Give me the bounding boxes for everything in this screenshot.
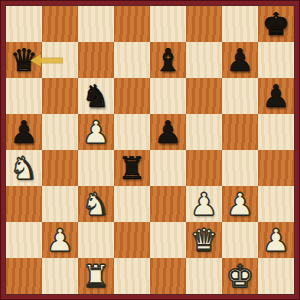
- square-f1[interactable]: [186, 258, 222, 294]
- square-e3[interactable]: [150, 186, 186, 222]
- square-d3[interactable]: [114, 186, 150, 222]
- square-h3[interactable]: [258, 186, 294, 222]
- white-pawn[interactable]: ♟: [42, 222, 78, 258]
- square-e2[interactable]: [150, 222, 186, 258]
- square-f7[interactable]: [186, 42, 222, 78]
- square-a1[interactable]: [6, 258, 42, 294]
- white-pawn[interactable]: ♟: [186, 186, 222, 222]
- square-f3[interactable]: ♟: [186, 186, 222, 222]
- square-g1[interactable]: ♚: [222, 258, 258, 294]
- square-b8[interactable]: [42, 6, 78, 42]
- square-d5[interactable]: [114, 114, 150, 150]
- square-d7[interactable]: [114, 42, 150, 78]
- black-bishop[interactable]: ♝: [150, 42, 186, 78]
- square-g8[interactable]: [222, 6, 258, 42]
- board-frame: ♚♛♝♟♞♟♟♟♟♞♜♞♟♟♟♛♟♜♚: [0, 0, 300, 300]
- white-pawn[interactable]: ♟: [78, 114, 114, 150]
- square-c6[interactable]: ♞: [78, 78, 114, 114]
- square-d2[interactable]: [114, 222, 150, 258]
- square-e6[interactable]: [150, 78, 186, 114]
- square-f6[interactable]: [186, 78, 222, 114]
- black-pawn[interactable]: ♟: [258, 78, 294, 114]
- square-c5[interactable]: ♟: [78, 114, 114, 150]
- square-a5[interactable]: ♟: [6, 114, 42, 150]
- square-f8[interactable]: [186, 6, 222, 42]
- square-e1[interactable]: [150, 258, 186, 294]
- white-knight[interactable]: ♞: [6, 150, 42, 186]
- square-e4[interactable]: [150, 150, 186, 186]
- square-d6[interactable]: [114, 78, 150, 114]
- square-b7[interactable]: [42, 42, 78, 78]
- square-b6[interactable]: [42, 78, 78, 114]
- square-c4[interactable]: [78, 150, 114, 186]
- square-a4[interactable]: ♞: [6, 150, 42, 186]
- black-king[interactable]: ♚: [258, 6, 294, 42]
- square-e8[interactable]: [150, 6, 186, 42]
- square-a2[interactable]: [6, 222, 42, 258]
- black-pawn[interactable]: ♟: [6, 114, 42, 150]
- square-g4[interactable]: [222, 150, 258, 186]
- black-knight[interactable]: ♞: [78, 78, 114, 114]
- white-knight[interactable]: ♞: [78, 186, 114, 222]
- white-queen[interactable]: ♛: [186, 222, 222, 258]
- square-b2[interactable]: ♟: [42, 222, 78, 258]
- square-h4[interactable]: [258, 150, 294, 186]
- square-g6[interactable]: [222, 78, 258, 114]
- square-h1[interactable]: [258, 258, 294, 294]
- square-g3[interactable]: ♟: [222, 186, 258, 222]
- square-f4[interactable]: [186, 150, 222, 186]
- square-h5[interactable]: [258, 114, 294, 150]
- square-c3[interactable]: ♞: [78, 186, 114, 222]
- square-e5[interactable]: ♟: [150, 114, 186, 150]
- square-b5[interactable]: [42, 114, 78, 150]
- black-pawn[interactable]: ♟: [150, 114, 186, 150]
- square-c7[interactable]: [78, 42, 114, 78]
- square-a7[interactable]: ♛: [6, 42, 42, 78]
- square-b4[interactable]: [42, 150, 78, 186]
- square-b1[interactable]: [42, 258, 78, 294]
- square-g7[interactable]: ♟: [222, 42, 258, 78]
- black-pawn[interactable]: ♟: [222, 42, 258, 78]
- white-pawn[interactable]: ♟: [258, 222, 294, 258]
- black-queen[interactable]: ♛: [6, 42, 42, 78]
- chess-board: ♚♛♝♟♞♟♟♟♟♞♜♞♟♟♟♛♟♜♚: [6, 6, 294, 294]
- square-h8[interactable]: ♚: [258, 6, 294, 42]
- square-g5[interactable]: [222, 114, 258, 150]
- black-rook[interactable]: ♜: [114, 150, 150, 186]
- square-e7[interactable]: ♝: [150, 42, 186, 78]
- square-f5[interactable]: [186, 114, 222, 150]
- white-rook[interactable]: ♜: [78, 258, 114, 294]
- square-a8[interactable]: [6, 6, 42, 42]
- square-h6[interactable]: ♟: [258, 78, 294, 114]
- square-h2[interactable]: ♟: [258, 222, 294, 258]
- square-c8[interactable]: [78, 6, 114, 42]
- square-d8[interactable]: [114, 6, 150, 42]
- square-c1[interactable]: ♜: [78, 258, 114, 294]
- square-g2[interactable]: [222, 222, 258, 258]
- square-a3[interactable]: [6, 186, 42, 222]
- white-pawn[interactable]: ♟: [222, 186, 258, 222]
- square-h7[interactable]: [258, 42, 294, 78]
- square-d1[interactable]: [114, 258, 150, 294]
- square-d4[interactable]: ♜: [114, 150, 150, 186]
- square-f2[interactable]: ♛: [186, 222, 222, 258]
- square-a6[interactable]: [6, 78, 42, 114]
- white-king[interactable]: ♚: [222, 258, 258, 294]
- square-b3[interactable]: [42, 186, 78, 222]
- square-c2[interactable]: [78, 222, 114, 258]
